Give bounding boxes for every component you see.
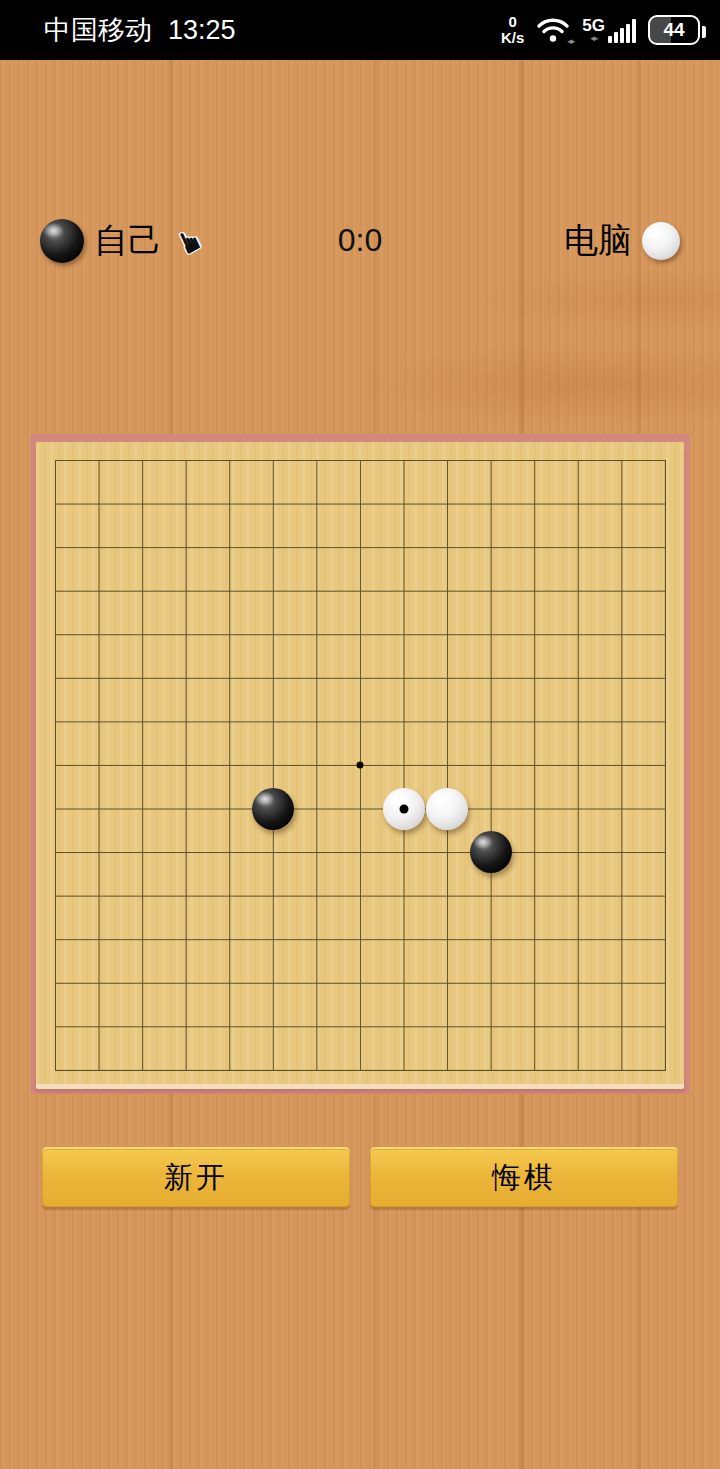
status-right: 0 K/s ◂▸ 5G ◂▸ 44 (501, 14, 706, 46)
board-grid[interactable] (55, 460, 666, 1071)
speed-unit: K/s (501, 30, 524, 46)
speed-value: 0 (508, 14, 516, 30)
stone-black (470, 831, 512, 873)
cell-signal: 5G ◂▸ (582, 17, 636, 43)
signal-bars-icon (608, 19, 636, 43)
battery-nub (702, 26, 706, 38)
clock: 13:25 (168, 15, 236, 46)
status-left: 中国移动 13:25 (44, 12, 236, 48)
carrier-label: 中国移动 (44, 12, 152, 48)
battery-icon: 44 (648, 15, 700, 45)
computer-label: 电脑 (564, 218, 632, 264)
undo-button[interactable]: 悔棋 (370, 1147, 678, 1207)
board-frame (30, 434, 690, 1094)
status-bar: 中国移动 13:25 0 K/s ◂▸ 5G ◂▸ 44 (0, 0, 720, 60)
computer-stone-icon (642, 222, 680, 260)
player-computer: 电脑 (564, 218, 680, 264)
board[interactable] (36, 442, 684, 1084)
battery-percent: 44 (663, 19, 684, 41)
network-speed: 0 K/s (501, 14, 524, 46)
stone-white (426, 788, 468, 830)
network-type-label: 5G ◂▸ (582, 17, 605, 43)
network-type: 5G (582, 17, 605, 34)
wifi-icon: ◂▸ (536, 14, 570, 46)
stone-black (252, 788, 294, 830)
wifi-traffic-arrows: ◂▸ (567, 37, 574, 46)
network-traffic-arrows: ◂▸ (590, 34, 597, 43)
star-point (357, 762, 364, 769)
new-game-button[interactable]: 新开 (42, 1147, 350, 1207)
player-row: 自己 ☛ 0:0 电脑 (0, 218, 720, 270)
stone-white-last-move (383, 788, 425, 830)
